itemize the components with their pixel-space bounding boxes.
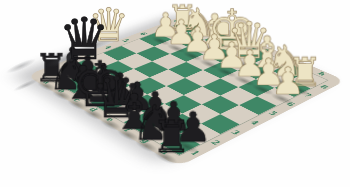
spare-black-queen: ♛ bbox=[58, 10, 110, 68]
pawn-glyph: ♟ bbox=[271, 63, 305, 101]
rank-label-right-4: 4 bbox=[247, 119, 262, 127]
chess-set-photo: ♜♞♝♚♛♝♞♜♟♟♟♟♟♟♟♟♟♟♟♟♟♟♟♟♜♞♝♚♛♝♞♜ aabbccd… bbox=[0, 0, 350, 187]
rank-label-right-3: 3 bbox=[228, 128, 244, 136]
white-pawn-piece: ♟ bbox=[276, 89, 313, 107]
black-rook-piece: ♜ bbox=[159, 145, 200, 167]
rank-label-right-5: 5 bbox=[266, 109, 281, 117]
rook-glyph: ♜ bbox=[152, 115, 192, 159]
